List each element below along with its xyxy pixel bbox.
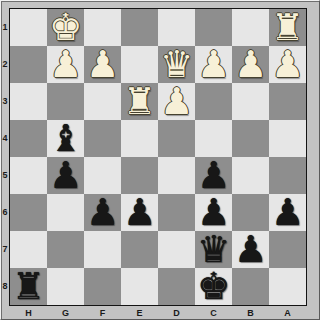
rank-label-4: 4 <box>1 120 9 157</box>
square-c2[interactable]: ♟ <box>195 46 232 83</box>
square-f3[interactable] <box>84 83 121 120</box>
white-rook[interactable]: ♜ <box>269 9 306 46</box>
square-d3[interactable]: ♟ <box>158 83 195 120</box>
square-a5[interactable] <box>269 157 306 194</box>
black-bishop[interactable]: ♝ <box>47 120 84 157</box>
square-d2[interactable]: ♛ <box>158 46 195 83</box>
square-e7[interactable] <box>121 231 158 268</box>
square-f1[interactable] <box>84 9 121 46</box>
square-g7[interactable] <box>47 231 84 268</box>
square-a1[interactable]: ♜ <box>269 9 306 46</box>
square-a4[interactable] <box>269 120 306 157</box>
chessboard-frame: ♚♜♟♟♛♟♟♟♜♟♝♟♟♟♟♟♟♛♟♜♚ 12345678 HGFEDCBA <box>0 0 320 320</box>
square-c3[interactable] <box>195 83 232 120</box>
square-h2[interactable] <box>10 46 47 83</box>
white-pawn[interactable]: ♟ <box>195 46 232 83</box>
square-c8[interactable]: ♚ <box>195 268 232 305</box>
square-b2[interactable]: ♟ <box>232 46 269 83</box>
white-pawn[interactable]: ♟ <box>84 46 121 83</box>
square-g1[interactable]: ♚ <box>47 9 84 46</box>
black-pawn[interactable]: ♟ <box>121 194 158 231</box>
square-d8[interactable] <box>158 268 195 305</box>
square-h3[interactable] <box>10 83 47 120</box>
rank-label-2: 2 <box>1 46 9 83</box>
chess-board: ♚♜♟♟♛♟♟♟♜♟♝♟♟♟♟♟♟♛♟♜♚ <box>9 8 307 306</box>
white-king[interactable]: ♚ <box>47 9 84 46</box>
square-g5[interactable]: ♟ <box>47 157 84 194</box>
square-h5[interactable] <box>10 157 47 194</box>
square-f8[interactable] <box>84 268 121 305</box>
square-h4[interactable] <box>10 120 47 157</box>
black-pawn[interactable]: ♟ <box>232 231 269 268</box>
square-b3[interactable] <box>232 83 269 120</box>
square-d7[interactable] <box>158 231 195 268</box>
square-f6[interactable]: ♟ <box>84 194 121 231</box>
square-e6[interactable]: ♟ <box>121 194 158 231</box>
square-f5[interactable] <box>84 157 121 194</box>
square-f2[interactable]: ♟ <box>84 46 121 83</box>
black-pawn[interactable]: ♟ <box>269 194 306 231</box>
square-a3[interactable] <box>269 83 306 120</box>
square-b1[interactable] <box>232 9 269 46</box>
square-d4[interactable] <box>158 120 195 157</box>
file-label-a: A <box>269 306 306 320</box>
square-c4[interactable] <box>195 120 232 157</box>
square-e5[interactable] <box>121 157 158 194</box>
white-pawn[interactable]: ♟ <box>47 46 84 83</box>
white-queen[interactable]: ♛ <box>158 46 195 83</box>
square-g3[interactable] <box>47 83 84 120</box>
black-pawn[interactable]: ♟ <box>47 157 84 194</box>
file-label-c: C <box>195 306 232 320</box>
rank-label-5: 5 <box>1 157 9 194</box>
white-pawn[interactable]: ♟ <box>269 46 306 83</box>
file-label-f: F <box>84 306 121 320</box>
square-b7[interactable]: ♟ <box>232 231 269 268</box>
square-f7[interactable] <box>84 231 121 268</box>
square-h8[interactable]: ♜ <box>10 268 47 305</box>
square-h7[interactable] <box>10 231 47 268</box>
square-a8[interactable] <box>269 268 306 305</box>
square-e8[interactable] <box>121 268 158 305</box>
square-e3[interactable]: ♜ <box>121 83 158 120</box>
square-g8[interactable] <box>47 268 84 305</box>
square-c7[interactable]: ♛ <box>195 231 232 268</box>
square-b5[interactable] <box>232 157 269 194</box>
file-label-h: H <box>10 306 47 320</box>
file-label-d: D <box>158 306 195 320</box>
square-a2[interactable]: ♟ <box>269 46 306 83</box>
black-pawn[interactable]: ♟ <box>84 194 121 231</box>
square-d6[interactable] <box>158 194 195 231</box>
square-d1[interactable] <box>158 9 195 46</box>
black-king[interactable]: ♚ <box>195 268 232 305</box>
black-rook[interactable]: ♜ <box>10 268 47 305</box>
black-pawn[interactable]: ♟ <box>195 194 232 231</box>
rank-label-7: 7 <box>1 231 9 268</box>
file-label-g: G <box>47 306 84 320</box>
square-a6[interactable]: ♟ <box>269 194 306 231</box>
black-pawn[interactable]: ♟ <box>195 157 232 194</box>
file-label-e: E <box>121 306 158 320</box>
rank-label-3: 3 <box>1 83 9 120</box>
square-c6[interactable]: ♟ <box>195 194 232 231</box>
square-b6[interactable] <box>232 194 269 231</box>
square-f4[interactable] <box>84 120 121 157</box>
square-g4[interactable]: ♝ <box>47 120 84 157</box>
square-h1[interactable] <box>10 9 47 46</box>
square-g6[interactable] <box>47 194 84 231</box>
rank-label-8: 8 <box>1 268 9 305</box>
square-h6[interactable] <box>10 194 47 231</box>
square-c5[interactable]: ♟ <box>195 157 232 194</box>
rank-label-1: 1 <box>1 9 9 46</box>
white-rook[interactable]: ♜ <box>121 83 158 120</box>
square-c1[interactable] <box>195 9 232 46</box>
file-label-b: B <box>232 306 269 320</box>
square-e1[interactable] <box>121 9 158 46</box>
square-b4[interactable] <box>232 120 269 157</box>
square-g2[interactable]: ♟ <box>47 46 84 83</box>
square-b8[interactable] <box>232 268 269 305</box>
square-e4[interactable] <box>121 120 158 157</box>
square-a7[interactable] <box>269 231 306 268</box>
white-pawn[interactable]: ♟ <box>158 83 195 120</box>
rank-label-6: 6 <box>1 194 9 231</box>
black-queen[interactable]: ♛ <box>195 231 232 268</box>
square-d5[interactable] <box>158 157 195 194</box>
square-e2[interactable] <box>121 46 158 83</box>
white-pawn[interactable]: ♟ <box>232 46 269 83</box>
